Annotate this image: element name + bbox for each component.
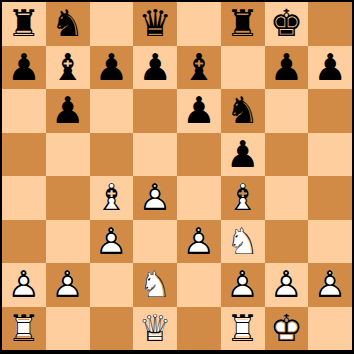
square-e8[interactable] (177, 2, 221, 46)
white-bishop-icon: ♝♗ (226, 179, 259, 216)
white-pawn-icon: ♟♙ (270, 266, 303, 303)
square-c2[interactable] (90, 263, 134, 307)
square-g1[interactable]: ♚♔ (265, 307, 309, 351)
square-h3[interactable] (308, 220, 352, 264)
square-e2[interactable] (177, 263, 221, 307)
white-pawn-icon: ♟♙ (314, 266, 347, 303)
white-knight-icon: ♞♘ (226, 223, 259, 260)
square-d8[interactable]: ♛ (133, 2, 177, 46)
black-pawn-icon: ♟ (270, 49, 303, 86)
white-knight-icon: ♞♘ (139, 266, 172, 303)
black-pawn-icon: ♟ (314, 49, 347, 86)
square-a5[interactable] (2, 133, 46, 177)
square-g8[interactable]: ♚ (265, 2, 309, 46)
square-c6[interactable] (90, 89, 134, 133)
square-h6[interactable] (308, 89, 352, 133)
square-d1[interactable]: ♛♕ (133, 307, 177, 351)
square-f3[interactable]: ♞♘ (221, 220, 265, 264)
square-h8[interactable] (308, 2, 352, 46)
square-d3[interactable] (133, 220, 177, 264)
square-b5[interactable] (46, 133, 90, 177)
square-e5[interactable] (177, 133, 221, 177)
square-c7[interactable]: ♟ (90, 46, 134, 90)
square-c4[interactable]: ♝♗ (90, 176, 134, 220)
square-a3[interactable] (2, 220, 46, 264)
square-e7[interactable]: ♝ (177, 46, 221, 90)
square-e6[interactable]: ♟ (177, 89, 221, 133)
square-d2[interactable]: ♞♘ (133, 263, 177, 307)
square-g5[interactable] (265, 133, 309, 177)
square-c8[interactable] (90, 2, 134, 46)
board-frame: ♜♞♛♜♚♟♝♟♟♝♟♟♟♟♞♟♝♗♟♙♝♗♟♙♟♙♞♘♟♙♟♙♞♘♟♙♟♙♟♙… (0, 0, 354, 354)
white-king-icon: ♚♔ (270, 310, 303, 347)
black-pawn-icon: ♟ (182, 92, 215, 129)
square-e1[interactable] (177, 307, 221, 351)
black-bishop-icon: ♝ (182, 49, 215, 86)
white-pawn-icon: ♟♙ (182, 223, 215, 260)
square-f7[interactable] (221, 46, 265, 90)
black-king-icon: ♚ (270, 5, 303, 42)
square-b4[interactable] (46, 176, 90, 220)
square-f1[interactable]: ♜♖ (221, 307, 265, 351)
square-b7[interactable]: ♝ (46, 46, 90, 90)
square-d6[interactable] (133, 89, 177, 133)
white-pawn-icon: ♟♙ (95, 223, 128, 260)
white-queen-icon: ♛♕ (139, 310, 172, 347)
white-pawn-icon: ♟♙ (226, 266, 259, 303)
square-a6[interactable] (2, 89, 46, 133)
square-e4[interactable] (177, 176, 221, 220)
square-g4[interactable] (265, 176, 309, 220)
square-f8[interactable]: ♜ (221, 2, 265, 46)
square-b1[interactable] (46, 307, 90, 351)
black-rook-icon: ♜ (226, 5, 259, 42)
square-b8[interactable]: ♞ (46, 2, 90, 46)
black-pawn-icon: ♟ (139, 49, 172, 86)
square-a7[interactable]: ♟ (2, 46, 46, 90)
black-knight-icon: ♞ (226, 92, 259, 129)
square-g3[interactable] (265, 220, 309, 264)
square-c5[interactable] (90, 133, 134, 177)
square-c1[interactable] (90, 307, 134, 351)
white-bishop-icon: ♝♗ (95, 179, 128, 216)
square-d4[interactable]: ♟♙ (133, 176, 177, 220)
black-pawn-icon: ♟ (226, 136, 259, 173)
square-a4[interactable] (2, 176, 46, 220)
chess-board: ♜♞♛♜♚♟♝♟♟♝♟♟♟♟♞♟♝♗♟♙♝♗♟♙♟♙♞♘♟♙♟♙♞♘♟♙♟♙♟♙… (2, 2, 352, 350)
square-e3[interactable]: ♟♙ (177, 220, 221, 264)
square-a2[interactable]: ♟♙ (2, 263, 46, 307)
black-knight-icon: ♞ (51, 5, 84, 42)
black-pawn-icon: ♟ (95, 49, 128, 86)
black-queen-icon: ♛ (139, 5, 172, 42)
square-f2[interactable]: ♟♙ (221, 263, 265, 307)
square-h2[interactable]: ♟♙ (308, 263, 352, 307)
square-b3[interactable] (46, 220, 90, 264)
square-h4[interactable] (308, 176, 352, 220)
square-a1[interactable]: ♜♖ (2, 307, 46, 351)
white-pawn-icon: ♟♙ (139, 179, 172, 216)
black-pawn-icon: ♟ (51, 92, 84, 129)
square-a8[interactable]: ♜ (2, 2, 46, 46)
square-f6[interactable]: ♞ (221, 89, 265, 133)
square-c3[interactable]: ♟♙ (90, 220, 134, 264)
square-h5[interactable] (308, 133, 352, 177)
square-h1[interactable] (308, 307, 352, 351)
square-d5[interactable] (133, 133, 177, 177)
square-b2[interactable]: ♟♙ (46, 263, 90, 307)
white-pawn-icon: ♟♙ (7, 266, 40, 303)
square-g6[interactable] (265, 89, 309, 133)
white-pawn-icon: ♟♙ (51, 266, 84, 303)
square-b6[interactable]: ♟ (46, 89, 90, 133)
square-g7[interactable]: ♟ (265, 46, 309, 90)
black-rook-icon: ♜ (7, 5, 40, 42)
square-g2[interactable]: ♟♙ (265, 263, 309, 307)
square-d7[interactable]: ♟ (133, 46, 177, 90)
black-bishop-icon: ♝ (51, 49, 84, 86)
white-rook-icon: ♜♖ (7, 310, 40, 347)
square-h7[interactable]: ♟ (308, 46, 352, 90)
white-rook-icon: ♜♖ (226, 310, 259, 347)
square-f5[interactable]: ♟ (221, 133, 265, 177)
black-pawn-icon: ♟ (7, 49, 40, 86)
square-f4[interactable]: ♝♗ (221, 176, 265, 220)
